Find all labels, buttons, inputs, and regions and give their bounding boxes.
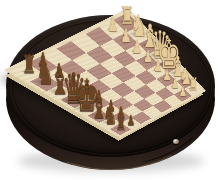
chess-set-photo: ♜♞♝♛♚♝♞♜♟♟♟♟♟♟♟♟♟♟♟♟♟♟♟♟♜♞♝♛♚♝♞♜	[0, 0, 220, 180]
drawer-knob	[173, 139, 179, 144]
